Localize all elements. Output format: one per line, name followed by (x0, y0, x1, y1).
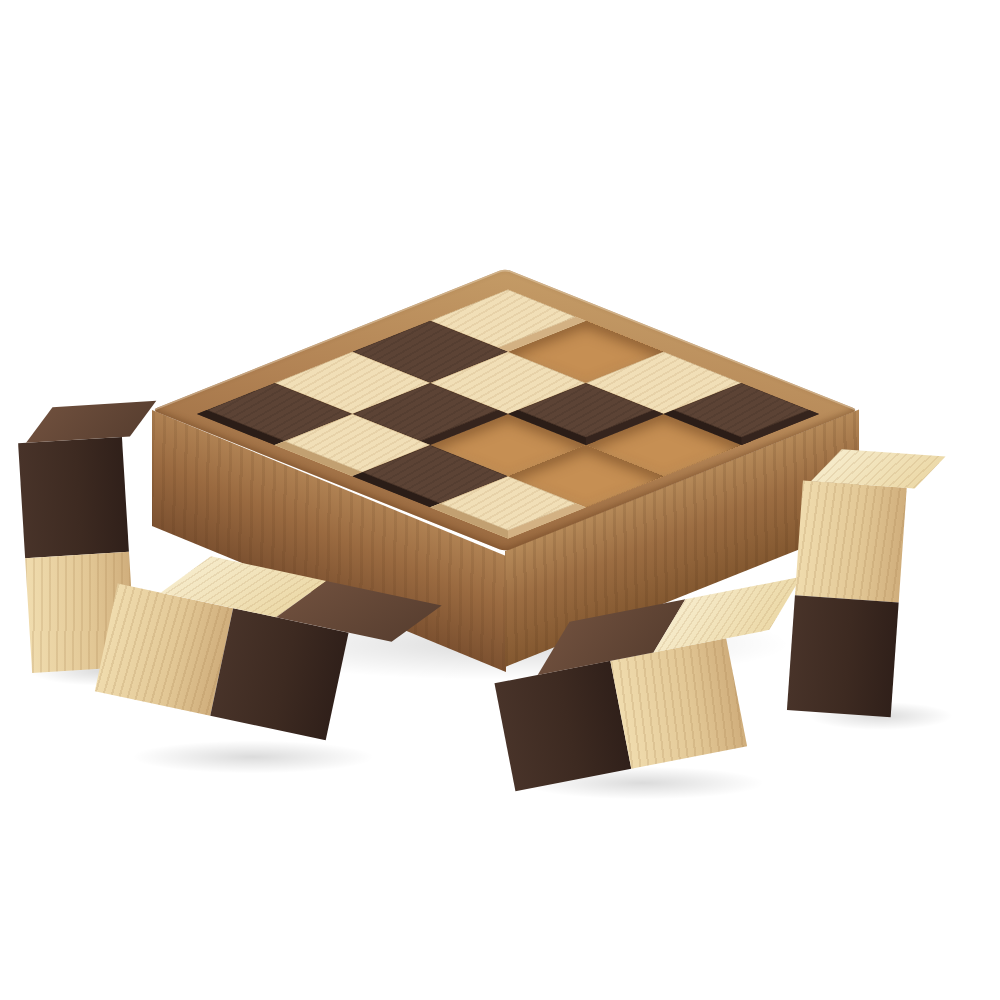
piece-cube-upper (18, 437, 129, 558)
piece-cube-lower (787, 595, 899, 717)
piece-cube-right (610, 638, 747, 768)
piece-top-face (26, 401, 156, 443)
piece-top-face (811, 449, 946, 488)
scene (0, 0, 1000, 1000)
piece-cube-upper (795, 481, 907, 603)
piece-cube-left (494, 661, 631, 791)
loose-piece-right-standing[interactable] (787, 447, 909, 718)
